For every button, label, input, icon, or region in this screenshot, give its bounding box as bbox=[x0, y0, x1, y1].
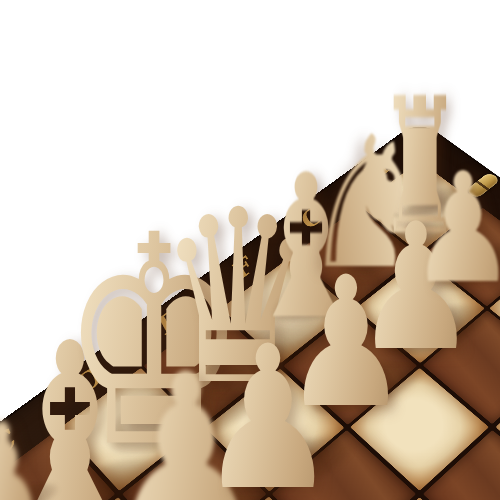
piece-white-pawn-h2: ♟ bbox=[410, 153, 500, 305]
chess-set-photo: ABCDEFGH ♝♚♛♝♞♜♟♟♟♟♟♟ bbox=[0, 0, 500, 500]
board-scene: ABCDEFGH ♝♚♛♝♞♜♟♟♟♟♟♟ bbox=[0, 0, 500, 500]
piece-partial-pawn-left-edge: ♟ bbox=[0, 406, 47, 500]
